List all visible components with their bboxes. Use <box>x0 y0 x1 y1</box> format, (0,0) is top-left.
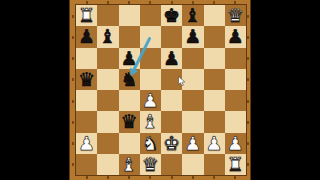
piece-black-king[interactable]: ♚ <box>163 6 180 25</box>
frame-tick <box>149 176 151 179</box>
frame-tick <box>107 1 109 4</box>
square-d5[interactable] <box>140 69 161 90</box>
square-a2[interactable]: ♟ <box>76 133 97 154</box>
piece-black-queen[interactable]: ♛ <box>121 112 138 131</box>
frame-tick <box>213 176 215 179</box>
square-a5[interactable]: ♛ <box>76 69 97 90</box>
piece-black-pawn[interactable]: ♟ <box>227 27 244 46</box>
frame-tick <box>128 176 130 179</box>
square-c7[interactable] <box>119 26 140 47</box>
piece-black-pawn[interactable]: ♟ <box>121 49 138 68</box>
square-f4[interactable] <box>182 90 203 111</box>
square-g4[interactable] <box>204 90 225 111</box>
piece-white-pawn[interactable]: ♟ <box>184 134 201 153</box>
square-h8[interactable]: ♛ <box>225 5 246 26</box>
piece-white-pawn[interactable]: ♟ <box>227 134 244 153</box>
square-a3[interactable] <box>76 111 97 132</box>
piece-black-queen[interactable]: ♛ <box>78 70 95 89</box>
square-h6[interactable] <box>225 48 246 69</box>
square-c3[interactable]: ♛ <box>119 111 140 132</box>
square-a8[interactable]: ♜ <box>76 5 97 26</box>
square-d1[interactable]: ♛ <box>140 154 161 175</box>
piece-black-knight[interactable]: ♞ <box>121 70 138 89</box>
frame-tick <box>247 57 249 60</box>
square-c6[interactable]: ♟ <box>119 48 140 69</box>
piece-black-bishop[interactable]: ♝ <box>99 27 116 46</box>
square-b1[interactable] <box>97 154 118 175</box>
square-f5[interactable] <box>182 69 203 90</box>
piece-black-pawn[interactable]: ♟ <box>184 27 201 46</box>
square-g5[interactable] <box>204 69 225 90</box>
frame-tick <box>72 15 74 18</box>
frame-tick <box>149 1 151 4</box>
piece-black-pawn[interactable]: ♟ <box>78 27 95 46</box>
square-h1[interactable]: ♜ <box>225 154 246 175</box>
square-e1[interactable] <box>161 154 182 175</box>
frame-tick <box>247 142 249 145</box>
frame-tick <box>247 121 249 124</box>
frame-tick <box>213 1 215 4</box>
square-b4[interactable] <box>97 90 118 111</box>
square-a6[interactable] <box>76 48 97 69</box>
frame-tick <box>72 78 74 81</box>
frame-tick <box>247 15 249 18</box>
piece-white-bishop[interactable]: ♝ <box>121 155 138 174</box>
frame-tick <box>234 1 236 4</box>
square-b2[interactable] <box>97 133 118 154</box>
square-a1[interactable] <box>76 154 97 175</box>
square-g8[interactable] <box>204 5 225 26</box>
frame-tick <box>247 100 249 103</box>
frame-tick <box>247 163 249 166</box>
frame-tick <box>192 1 194 4</box>
square-g6[interactable] <box>204 48 225 69</box>
square-d7[interactable] <box>140 26 161 47</box>
piece-white-knight[interactable]: ♞ <box>142 134 159 153</box>
piece-white-bishop[interactable]: ♝ <box>142 112 159 131</box>
square-f1[interactable] <box>182 154 203 175</box>
square-h4[interactable] <box>225 90 246 111</box>
piece-white-queen[interactable]: ♛ <box>227 6 244 25</box>
frame-tick <box>171 1 173 4</box>
square-e5[interactable] <box>161 69 182 90</box>
piece-black-pawn[interactable]: ♟ <box>163 49 180 68</box>
square-f7[interactable]: ♟ <box>182 26 203 47</box>
square-d6[interactable] <box>140 48 161 69</box>
square-f8[interactable]: ♝ <box>182 5 203 26</box>
piece-white-pawn[interactable]: ♟ <box>142 91 159 110</box>
frame-tick <box>72 57 74 60</box>
square-e4[interactable] <box>161 90 182 111</box>
square-f3[interactable] <box>182 111 203 132</box>
square-d8[interactable] <box>140 5 161 26</box>
square-b7[interactable]: ♝ <box>97 26 118 47</box>
square-e3[interactable] <box>161 111 182 132</box>
square-h2[interactable]: ♟ <box>225 133 246 154</box>
square-c8[interactable] <box>119 5 140 26</box>
square-g2[interactable]: ♟ <box>204 133 225 154</box>
frame-tick <box>128 1 130 4</box>
piece-white-pawn[interactable]: ♟ <box>206 134 223 153</box>
piece-white-pawn[interactable]: ♟ <box>78 134 95 153</box>
square-e6[interactable]: ♟ <box>161 48 182 69</box>
square-h3[interactable] <box>225 111 246 132</box>
frame-tick <box>72 163 74 166</box>
frame-tick <box>247 36 249 39</box>
screenshot-canvas: ♜♚♝♛♟♝♟♟♟♟♛♞♟♛♝♟♞♚♟♟♟♝♛♜ <box>0 0 320 180</box>
square-e7[interactable] <box>161 26 182 47</box>
chess-board[interactable]: ♜♚♝♛♟♝♟♟♟♟♛♞♟♛♝♟♞♚♟♟♟♝♛♜ <box>76 5 246 175</box>
frame-tick <box>247 78 249 81</box>
square-c1[interactable]: ♝ <box>119 154 140 175</box>
square-f6[interactable] <box>182 48 203 69</box>
frame-tick <box>171 176 173 179</box>
frame-tick <box>72 100 74 103</box>
square-d2[interactable]: ♞ <box>140 133 161 154</box>
square-c5[interactable]: ♞ <box>119 69 140 90</box>
square-h5[interactable] <box>225 69 246 90</box>
frame-tick <box>86 176 88 179</box>
square-d4[interactable]: ♟ <box>140 90 161 111</box>
frame-tick <box>107 176 109 179</box>
frame-tick <box>86 1 88 4</box>
square-e2[interactable]: ♚ <box>161 133 182 154</box>
piece-white-rook[interactable]: ♜ <box>78 6 95 25</box>
square-c4[interactable] <box>119 90 140 111</box>
square-a4[interactable] <box>76 90 97 111</box>
frame-tick <box>72 36 74 39</box>
square-b8[interactable] <box>97 5 118 26</box>
square-b3[interactable] <box>97 111 118 132</box>
square-g1[interactable] <box>204 154 225 175</box>
square-e8[interactable]: ♚ <box>161 5 182 26</box>
chess-board-frame: ♜♚♝♛♟♝♟♟♟♟♛♞♟♛♝♟♞♚♟♟♟♝♛♜ <box>69 0 251 180</box>
square-g3[interactable] <box>204 111 225 132</box>
square-d3[interactable]: ♝ <box>140 111 161 132</box>
square-h7[interactable]: ♟ <box>225 26 246 47</box>
frame-tick <box>192 176 194 179</box>
frame-tick <box>72 142 74 145</box>
piece-white-king[interactable]: ♚ <box>163 134 180 153</box>
frame-tick <box>72 121 74 124</box>
square-g7[interactable] <box>204 26 225 47</box>
square-b6[interactable] <box>97 48 118 69</box>
piece-white-queen[interactable]: ♛ <box>142 155 159 174</box>
square-f2[interactable]: ♟ <box>182 133 203 154</box>
frame-tick <box>234 176 236 179</box>
square-c2[interactable] <box>119 133 140 154</box>
square-b5[interactable] <box>97 69 118 90</box>
square-a7[interactable]: ♟ <box>76 26 97 47</box>
piece-white-rook[interactable]: ♜ <box>227 155 244 174</box>
piece-black-bishop[interactable]: ♝ <box>184 6 201 25</box>
